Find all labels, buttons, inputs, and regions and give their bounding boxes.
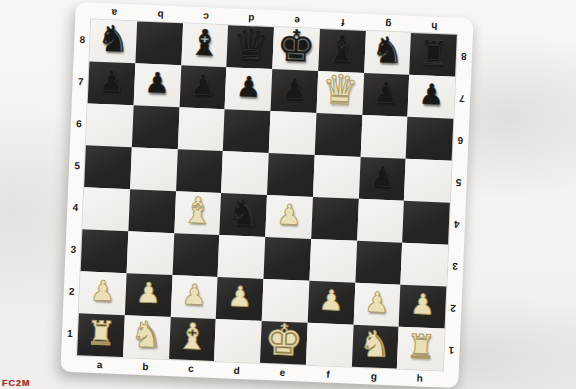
file-label-bottom-g: g [351,367,397,386]
square-f3 [309,239,356,283]
square-h3 [401,243,448,287]
square-a4 [82,187,129,231]
square-e6 [269,111,316,155]
file-label-bottom-h: h [396,369,442,388]
rank-label-left-3: 3 [65,229,83,272]
rank-label-left-8: 8 [73,19,91,62]
black-queen-d8: ♛ [231,23,269,66]
rank-label-left-6: 6 [70,103,88,146]
square-h6 [406,117,453,161]
black-pawn-g5: ♟ [369,163,395,192]
white-pawn-d2: ♟ [227,283,253,312]
file-label-top-h: h [411,16,457,35]
square-d2: ♟ [216,277,263,321]
square-a5 [84,145,131,189]
rank-label-right-5: 5 [450,161,468,204]
square-f5 [313,155,360,199]
square-b8 [135,21,182,65]
square-g6 [360,115,407,159]
black-knight-d4: ♞ [226,194,260,231]
black-pawn-h7: ♟ [418,81,444,110]
square-b3 [126,231,173,275]
square-c6 [177,107,224,151]
black-bishop-c8: ♝ [188,24,222,61]
rank-label-right-2: 2 [445,287,463,330]
white-bishop-c4: ♝ [181,192,215,229]
square-g5: ♟ [358,157,405,201]
white-pawn-c2: ♟ [181,281,207,310]
rank-label-right-8: 8 [455,35,473,78]
rank-label-right-6: 6 [452,119,470,162]
white-knight-b1: ♞ [130,316,164,353]
square-h1: ♜ [397,327,444,371]
file-label-top-g: g [365,14,411,33]
black-knight-a8: ♞ [96,21,130,58]
square-e1: ♚ [260,321,307,365]
file-label-bottom-f: f [305,365,351,384]
white-pawn-b2: ♟ [135,279,161,308]
white-queen-f7: ♛ [321,69,359,112]
square-g7: ♟ [362,73,409,117]
square-b7: ♟ [133,63,180,107]
file-label-top-a: a [91,2,137,21]
square-g8: ♞ [364,31,411,75]
square-c8: ♝ [181,23,228,67]
black-bishop-f8: ♝ [325,30,359,67]
square-a6 [86,103,133,147]
square-a8: ♞ [89,19,136,63]
black-pawn-d7: ♟ [235,73,261,102]
square-b2: ♟ [125,273,172,317]
rank-label-right-1: 1 [443,329,461,372]
white-rook-a1: ♜ [85,316,116,350]
rank-label-right-7: 7 [453,77,471,120]
white-pawn-g2: ♟ [364,289,390,318]
white-pawn-h2: ♟ [410,290,436,319]
square-f1 [306,323,353,367]
file-label-bottom-c: c [168,359,214,378]
white-pawn-e4: ♟ [276,201,302,230]
file-label-bottom-b: b [122,357,168,376]
rank-label-right-3: 3 [446,245,464,288]
square-b5 [130,147,177,191]
white-pawn-a2: ♟ [90,277,116,306]
square-d7: ♟ [225,67,272,111]
square-c2: ♟ [170,275,217,319]
rank-label-left-2: 2 [63,271,81,314]
white-pawn-f2: ♟ [318,287,344,316]
black-pawn-a7: ♟ [98,67,124,96]
rank-label-left-1: 1 [61,313,79,356]
square-f8: ♝ [318,29,365,73]
file-label-bottom-a: a [76,355,122,374]
square-g2: ♟ [353,283,400,327]
square-a3 [81,229,128,273]
square-c3 [172,233,219,277]
file-label-top-d: d [228,8,274,27]
file-label-bottom-d: d [214,361,260,380]
square-e4: ♟ [265,195,312,239]
white-king-e1: ♚ [264,318,304,363]
rank-label-right-4: 4 [448,203,466,246]
black-king-e8: ♚ [276,24,316,69]
square-f4 [311,197,358,241]
square-f6 [314,113,361,157]
black-rook-h8: ♜ [418,36,449,70]
square-e2 [262,279,309,323]
square-e8: ♚ [272,27,319,71]
white-knight-g1: ♞ [358,326,392,363]
watermark: FC2M [2,378,31,388]
square-g4 [357,199,404,243]
file-label-top-e: e [274,10,320,29]
square-a2: ♟ [79,271,126,315]
square-g1: ♞ [351,325,398,369]
square-d6 [223,109,270,153]
rank-label-left-4: 4 [66,187,84,230]
square-f7: ♛ [316,71,363,115]
square-h4 [402,201,449,245]
file-label-bottom-e: e [259,363,305,382]
square-b4 [128,189,175,233]
rank-label-left-5: 5 [68,145,86,188]
square-g3 [355,241,402,285]
square-b1: ♞ [123,315,170,359]
black-pawn-e7: ♟ [281,75,307,104]
square-b6 [132,105,179,149]
file-label-top-b: b [137,4,183,23]
square-h8: ♜ [409,33,456,77]
square-c4: ♝ [174,191,221,235]
square-h5 [404,159,451,203]
black-pawn-b7: ♟ [144,69,170,98]
square-c7: ♟ [179,65,226,109]
square-c1: ♝ [169,317,216,361]
square-h2: ♟ [399,285,446,329]
chess-board: ♞♝♛♚♝♞♜♟♟♟♟♟♛♟♟♟♝♞♟♟♟♟♟♟♟♟♜♞♝♚♞♜ [77,19,457,370]
rank-label-left-7: 7 [72,61,90,104]
square-e3 [263,237,310,281]
square-c5 [176,149,223,193]
black-pawn-g7: ♟ [373,79,399,108]
square-d5 [221,151,268,195]
square-a1: ♜ [77,313,124,357]
file-label-top-c: c [183,6,229,25]
square-e5 [267,153,314,197]
file-label-top-f: f [320,12,366,31]
white-rook-h1: ♜ [405,329,436,363]
white-bishop-c1: ♝ [175,318,209,355]
square-d4: ♞ [220,193,267,237]
black-knight-g8: ♞ [371,32,405,69]
black-pawn-c7: ♟ [190,71,216,100]
chess-mat: abcdefgh 87654321 ♞♝♛♚♝♞♜♟♟♟♟♟♛♟♟♟♝♞♟♟♟♟… [60,2,473,388]
square-h7: ♟ [408,75,455,119]
square-d8: ♛ [227,25,274,69]
square-d3 [218,235,265,279]
square-d1 [214,319,261,363]
square-e7: ♟ [271,69,318,113]
square-a7: ♟ [88,61,135,105]
square-f2: ♟ [307,281,354,325]
